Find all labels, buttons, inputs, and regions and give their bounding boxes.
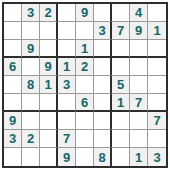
cell-r3c2[interactable]: 9: [22, 40, 40, 58]
cell-r4c2[interactable]: [22, 58, 40, 76]
cell-r2c2[interactable]: [22, 22, 40, 40]
cell-r1c6[interactable]: [94, 4, 112, 22]
cell-r6c5[interactable]: 6: [76, 94, 94, 112]
cell-r3c7[interactable]: [112, 40, 130, 58]
cell-r3c5[interactable]: 1: [76, 40, 94, 58]
cell-r2c4[interactable]: [58, 22, 76, 40]
cell-r5c5[interactable]: [76, 76, 94, 94]
cell-r3c8[interactable]: [130, 40, 148, 58]
cell-r6c4[interactable]: [58, 94, 76, 112]
cell-r7c8[interactable]: [130, 112, 148, 130]
cell-r4c1[interactable]: 6: [4, 58, 22, 76]
cell-r2c7[interactable]: 7: [112, 22, 130, 40]
cell-r1c1[interactable]: [4, 4, 22, 22]
cell-r9c9[interactable]: 3: [148, 148, 166, 166]
cell-r1c3[interactable]: 2: [40, 4, 58, 22]
cell-r7c2[interactable]: [22, 112, 40, 130]
cell-r7c1[interactable]: 9: [4, 112, 22, 130]
cell-r7c4[interactable]: [58, 112, 76, 130]
cell-r6c7[interactable]: 1: [112, 94, 130, 112]
cell-r8c3[interactable]: [40, 130, 58, 148]
cell-r3c6[interactable]: [94, 40, 112, 58]
cell-r4c4[interactable]: 1: [58, 58, 76, 76]
cell-r7c6[interactable]: [94, 112, 112, 130]
cell-r9c1[interactable]: [4, 148, 22, 166]
sudoku-page: 329437919169128135617973279813: [0, 0, 170, 170]
cell-r1c8[interactable]: 4: [130, 4, 148, 22]
cell-r4c3[interactable]: 9: [40, 58, 58, 76]
cell-r1c5[interactable]: 9: [76, 4, 94, 22]
cell-r7c7[interactable]: [112, 112, 130, 130]
cell-r5c9[interactable]: [148, 76, 166, 94]
cell-r9c8[interactable]: 1: [130, 148, 148, 166]
cell-r2c9[interactable]: 1: [148, 22, 166, 40]
cell-r5c7[interactable]: 5: [112, 76, 130, 94]
cell-r6c1[interactable]: [4, 94, 22, 112]
cell-r5c1[interactable]: [4, 76, 22, 94]
cell-r5c8[interactable]: [130, 76, 148, 94]
cell-r7c3[interactable]: [40, 112, 58, 130]
cell-r6c3[interactable]: [40, 94, 58, 112]
cell-r8c8[interactable]: [130, 130, 148, 148]
cell-r9c3[interactable]: [40, 148, 58, 166]
cell-r8c7[interactable]: [112, 130, 130, 148]
cell-r9c6[interactable]: 8: [94, 148, 112, 166]
cell-r2c3[interactable]: [40, 22, 58, 40]
cell-r1c7[interactable]: [112, 4, 130, 22]
cell-r7c5[interactable]: [76, 112, 94, 130]
cell-r9c7[interactable]: [112, 148, 130, 166]
cell-r5c4[interactable]: 3: [58, 76, 76, 94]
cell-r8c9[interactable]: [148, 130, 166, 148]
cell-r2c6[interactable]: 3: [94, 22, 112, 40]
cell-r1c2[interactable]: 3: [22, 4, 40, 22]
cell-r9c5[interactable]: [76, 148, 94, 166]
cell-r1c9[interactable]: [148, 4, 166, 22]
cell-r2c5[interactable]: [76, 22, 94, 40]
cell-r3c3[interactable]: [40, 40, 58, 58]
cell-r5c2[interactable]: 8: [22, 76, 40, 94]
cell-r6c6[interactable]: [94, 94, 112, 112]
cell-r4c8[interactable]: [130, 58, 148, 76]
cell-r3c1[interactable]: [4, 40, 22, 58]
cell-r6c2[interactable]: [22, 94, 40, 112]
cell-r5c6[interactable]: [94, 76, 112, 94]
sudoku-board: 329437919169128135617973279813: [2, 2, 168, 168]
cell-r9c4[interactable]: 9: [58, 148, 76, 166]
cell-r4c6[interactable]: [94, 58, 112, 76]
cell-r8c6[interactable]: [94, 130, 112, 148]
cell-r9c2[interactable]: [22, 148, 40, 166]
cell-r4c9[interactable]: [148, 58, 166, 76]
cell-r2c8[interactable]: 9: [130, 22, 148, 40]
cell-r6c9[interactable]: [148, 94, 166, 112]
cell-r8c4[interactable]: 7: [58, 130, 76, 148]
cell-r8c5[interactable]: [76, 130, 94, 148]
cell-r5c3[interactable]: 1: [40, 76, 58, 94]
cell-r7c9[interactable]: 7: [148, 112, 166, 130]
cell-r1c4[interactable]: [58, 4, 76, 22]
cell-r8c2[interactable]: 2: [22, 130, 40, 148]
cell-r6c8[interactable]: 7: [130, 94, 148, 112]
cell-r4c5[interactable]: 2: [76, 58, 94, 76]
cell-r3c9[interactable]: [148, 40, 166, 58]
cell-r4c7[interactable]: [112, 58, 130, 76]
cell-r8c1[interactable]: 3: [4, 130, 22, 148]
cell-r3c4[interactable]: [58, 40, 76, 58]
cell-r2c1[interactable]: [4, 22, 22, 40]
